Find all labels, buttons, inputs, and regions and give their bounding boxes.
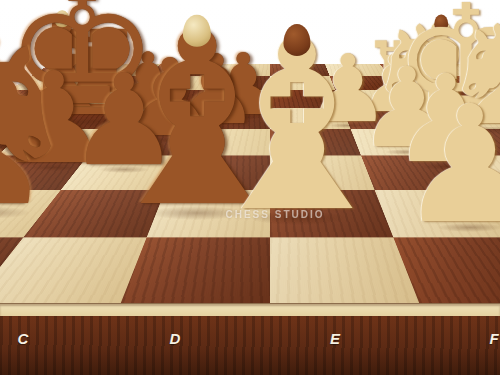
chess-set-product-photo: CDEF ♜♜♝♝♟♟♟♚♞♟♟♚♞♟♟♟♟♟♞♝♝♟ CHESS STUDIO: [0, 0, 500, 375]
chess-piece-dark-knight-b2: ♞: [0, 34, 88, 213]
chess-piece-light-bishop-e2: ♝: [191, 35, 403, 219]
chess-piece-light-pawn-f2: ♟: [397, 102, 500, 228]
watermark-text: CHESS STUDIO: [225, 209, 324, 220]
pieces-layer: ♜♜♝♝♟♟♟♚♞♟♟♚♞♟♟♟♟♟♞♝♝♟: [0, 0, 500, 375]
dark-ball-finial: [283, 24, 311, 56]
